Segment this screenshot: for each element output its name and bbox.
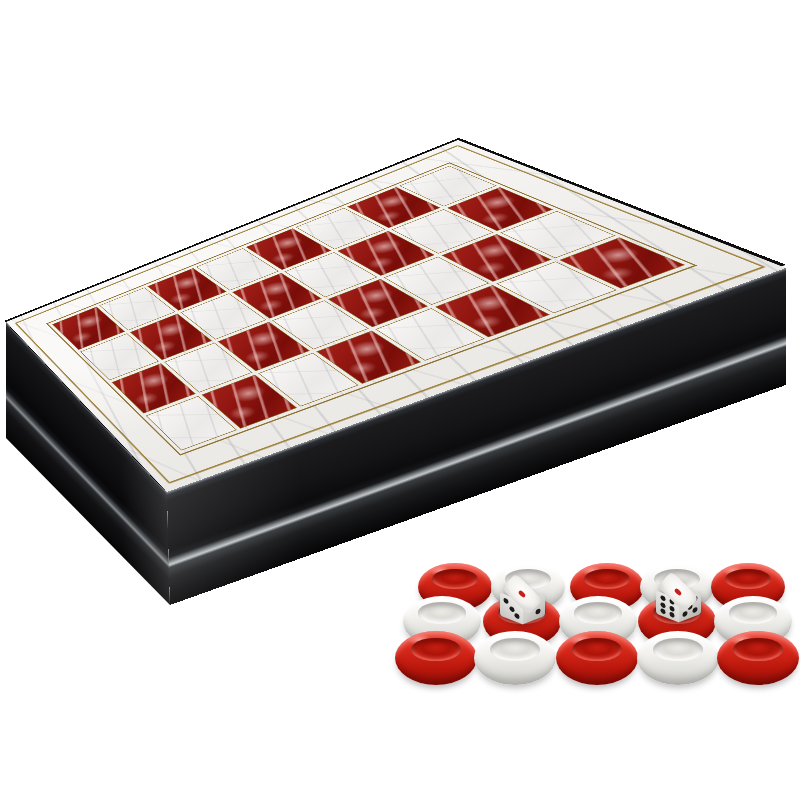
die-pip bbox=[682, 611, 687, 618]
die-pip bbox=[693, 607, 698, 614]
checker-dish bbox=[574, 602, 622, 623]
checker-dish bbox=[411, 638, 462, 661]
die[interactable] bbox=[498, 576, 546, 628]
product-scene bbox=[0, 0, 800, 800]
checker-dish bbox=[418, 602, 466, 623]
die-pip bbox=[661, 595, 666, 602]
checker-piece-red[interactable] bbox=[556, 631, 638, 685]
checkers-and-dice-group bbox=[0, 0, 800, 800]
die-pip bbox=[669, 612, 674, 619]
checker-dish bbox=[584, 569, 630, 589]
die-pip bbox=[661, 608, 666, 615]
die-pip bbox=[515, 612, 520, 619]
checker-piece-red[interactable] bbox=[717, 631, 799, 685]
die-pip bbox=[509, 605, 514, 612]
checker-dish bbox=[490, 638, 541, 661]
checker-dish bbox=[725, 569, 771, 589]
checker-dish bbox=[729, 602, 777, 623]
checker-dish bbox=[653, 638, 704, 661]
die-pip bbox=[536, 607, 541, 614]
die-pip bbox=[674, 588, 683, 597]
checker-piece-white[interactable] bbox=[637, 631, 719, 685]
checker-piece-white[interactable] bbox=[474, 631, 556, 685]
die[interactable] bbox=[654, 574, 702, 626]
die-pip bbox=[669, 605, 674, 612]
checker-piece-red[interactable] bbox=[395, 631, 477, 685]
die-pip bbox=[518, 590, 527, 599]
checker-dish bbox=[733, 638, 784, 661]
checker-dish bbox=[432, 569, 478, 589]
checker-dish bbox=[572, 638, 623, 661]
die-pip bbox=[661, 601, 666, 608]
die-pip bbox=[503, 598, 508, 605]
